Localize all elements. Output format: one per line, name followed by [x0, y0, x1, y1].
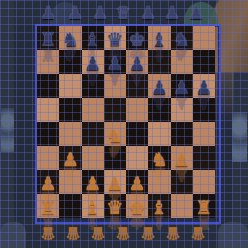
black-king-e8[interactable]: ♚ — [126, 30, 148, 49]
white-pawn-e2[interactable]: ♟ — [126, 174, 148, 193]
square-a2[interactable]: ♟♟ — [37, 170, 59, 194]
decorative-piece-silhouette-icon: ♟ — [40, 4, 56, 22]
square-g3[interactable]: ♟♟ — [171, 146, 193, 170]
square-b1[interactable] — [59, 194, 81, 218]
square-g1[interactable] — [171, 194, 193, 218]
square-f5[interactable] — [148, 98, 170, 122]
white-knight-d4[interactable]: ♞ — [104, 126, 126, 145]
decorative-piece-silhouette-icon: ♛ — [165, 224, 181, 242]
square-e2[interactable]: ♟♟ — [126, 170, 148, 194]
square-f1[interactable]: ♝♝ — [148, 194, 170, 218]
white-king-e1[interactable]: ♚ — [126, 198, 148, 217]
square-c8[interactable]: ♝♝ — [82, 26, 104, 50]
square-b4[interactable] — [59, 122, 81, 146]
white-pawn-g3[interactable]: ♟ — [171, 150, 193, 169]
decorative-piece-silhouette-icon: ♛ — [115, 224, 131, 242]
decorative-piece-silhouette-icon: ♟ — [188, 4, 204, 22]
background-right-band — [232, 0, 248, 248]
square-a4[interactable] — [37, 122, 59, 146]
square-b3[interactable]: ♟♟ — [59, 146, 81, 170]
square-h2[interactable] — [193, 170, 215, 194]
chess-app-canvas: ♜♜♞♞♝♝♛♛♚♚♝♝♞♞♟♟♟♟♟♟♟♟♟♟♟♟♞♞♟♟♞♞♟♟♟♟♟♟♟♟… — [0, 0, 248, 248]
black-pawn-d7[interactable]: ♟ — [104, 54, 126, 73]
square-h3[interactable] — [193, 146, 215, 170]
decorative-piece-silhouette-icon: ♛ — [190, 224, 206, 242]
chess-board[interactable]: ♜♜♞♞♝♝♛♛♚♚♝♝♞♞♟♟♟♟♟♟♟♟♟♟♟♟♞♞♟♟♞♞♟♟♟♟♟♟♟♟… — [37, 26, 215, 218]
square-c2[interactable]: ♟♟ — [82, 170, 104, 194]
decorative-piece-silhouette-icon: ♛ — [115, 4, 131, 22]
square-d8[interactable]: ♛♛ — [104, 26, 126, 50]
square-d3[interactable] — [104, 146, 126, 170]
square-g6[interactable]: ♟♟ — [171, 74, 193, 98]
square-c3[interactable] — [82, 146, 104, 170]
square-e1[interactable]: ♚♚ — [126, 194, 148, 218]
square-b5[interactable] — [59, 98, 81, 122]
square-b6[interactable] — [59, 74, 81, 98]
square-f7[interactable] — [148, 50, 170, 74]
square-f2[interactable] — [148, 170, 170, 194]
square-b8[interactable]: ♞♞ — [59, 26, 81, 50]
black-pawn-e7[interactable]: ♟ — [126, 54, 148, 73]
chess-board-frame: ♜♜♞♞♝♝♛♛♚♚♝♝♞♞♟♟♟♟♟♟♟♟♟♟♟♟♞♞♟♟♞♞♟♟♟♟♟♟♟♟… — [35, 24, 221, 224]
square-g8[interactable]: ♞♞ — [171, 26, 193, 50]
square-c6[interactable] — [82, 74, 104, 98]
square-c4[interactable] — [82, 122, 104, 146]
decorative-piece-silhouette-icon: ♛ — [140, 224, 156, 242]
square-e8[interactable]: ♚♚ — [126, 26, 148, 50]
knot-emblem-icon — [232, 112, 247, 162]
black-pawn-g6[interactable]: ♟ — [171, 78, 193, 97]
square-d5[interactable] — [104, 98, 126, 122]
white-queen-d1[interactable]: ♛ — [104, 198, 126, 217]
black-pawn-f6[interactable]: ♟ — [148, 78, 170, 97]
square-d7[interactable]: ♟♟ — [104, 50, 126, 74]
square-h4[interactable] — [193, 122, 215, 146]
white-pawn-d2[interactable]: ♟ — [104, 174, 126, 193]
decorative-piece-silhouette-icon: ♟ — [92, 4, 108, 22]
square-e5[interactable] — [126, 98, 148, 122]
square-h1[interactable]: ♜♜ — [193, 194, 215, 218]
square-e4[interactable] — [126, 122, 148, 146]
square-h5[interactable] — [193, 98, 215, 122]
black-knight-g8[interactable]: ♞ — [171, 30, 193, 49]
square-e3[interactable] — [126, 146, 148, 170]
black-rook-a8[interactable]: ♜ — [37, 30, 59, 49]
square-g5[interactable] — [171, 98, 193, 122]
square-d6[interactable] — [104, 74, 126, 98]
square-a3[interactable] — [37, 146, 59, 170]
square-b2[interactable] — [59, 170, 81, 194]
square-h7[interactable] — [193, 50, 215, 74]
pillar-decoration-icon — [0, 222, 26, 248]
decorative-piece-silhouette-icon: ♟ — [140, 4, 156, 22]
square-d4[interactable]: ♞♞ — [104, 122, 126, 146]
square-f8[interactable]: ♝♝ — [148, 26, 170, 50]
square-a6[interactable] — [37, 74, 59, 98]
square-c7[interactable]: ♟♟ — [82, 50, 104, 74]
square-g2[interactable] — [171, 170, 193, 194]
square-e6[interactable] — [126, 74, 148, 98]
square-f4[interactable] — [148, 122, 170, 146]
white-rook-h1[interactable]: ♜ — [193, 198, 215, 217]
black-knight-b8[interactable]: ♞ — [59, 30, 81, 49]
square-c5[interactable] — [82, 98, 104, 122]
square-e7[interactable]: ♟♟ — [126, 50, 148, 74]
white-rook-a1[interactable]: ♜ — [37, 198, 59, 217]
white-bishop-f1[interactable]: ♝ — [148, 198, 170, 217]
knot-emblem-icon — [1, 108, 14, 152]
square-h6[interactable]: ♟♟ — [193, 74, 215, 98]
white-pawn-c2[interactable]: ♟ — [82, 174, 104, 193]
decorative-piece-silhouette-icon: ♛ — [40, 224, 56, 242]
square-d1[interactable]: ♛♛ — [104, 194, 126, 218]
white-bishop-c1[interactable]: ♝ — [82, 198, 104, 217]
background-left-band — [0, 0, 14, 248]
square-f3[interactable]: ♞♞ — [148, 146, 170, 170]
square-d2[interactable]: ♟♟ — [104, 170, 126, 194]
black-bishop-c8[interactable]: ♝ — [82, 30, 104, 49]
square-a5[interactable] — [37, 98, 59, 122]
decorative-piece-silhouette-icon: ♟ — [67, 4, 83, 22]
square-a7[interactable] — [37, 50, 59, 74]
white-pawn-b3[interactable]: ♟ — [59, 150, 81, 169]
square-f6[interactable]: ♟♟ — [148, 74, 170, 98]
decorative-piece-silhouette-icon: ♛ — [90, 224, 106, 242]
black-bishop-f8[interactable]: ♝ — [148, 30, 170, 49]
square-c1[interactable]: ♝♝ — [82, 194, 104, 218]
white-pawn-a2[interactable]: ♟ — [37, 174, 59, 193]
square-h8[interactable] — [193, 26, 215, 50]
decorative-piece-silhouette-icon: ♟ — [164, 4, 180, 22]
decorative-piece-silhouette-icon: ♛ — [65, 224, 81, 242]
square-a8[interactable]: ♜♜ — [37, 26, 59, 50]
white-knight-f3[interactable]: ♞ — [148, 150, 170, 169]
square-b7[interactable] — [59, 50, 81, 74]
black-queen-d8[interactable]: ♛ — [104, 30, 126, 49]
square-g7[interactable] — [171, 50, 193, 74]
black-pawn-c7[interactable]: ♟ — [82, 54, 104, 73]
pillar-decoration-icon — [218, 222, 248, 248]
black-pawn-h6[interactable]: ♟ — [193, 78, 215, 97]
square-g4[interactable] — [171, 122, 193, 146]
square-a1[interactable]: ♜♜ — [37, 194, 59, 218]
